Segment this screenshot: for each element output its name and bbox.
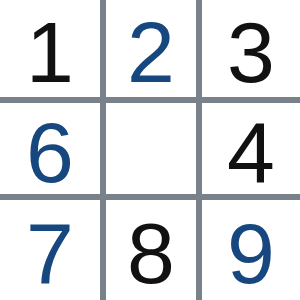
cell-digit: 7 <box>26 210 74 296</box>
cell-digit: 1 <box>26 9 74 95</box>
cell-r2c2[interactable] <box>106 103 196 194</box>
sudoku-board: 1 2 3 6 4 7 8 9 <box>0 0 300 300</box>
cell-r1c3[interactable]: 3 <box>202 0 300 97</box>
cell-r3c3[interactable]: 9 <box>202 200 300 300</box>
cell-r1c1[interactable]: 1 <box>0 0 100 97</box>
cell-r2c1[interactable]: 6 <box>0 103 100 194</box>
cell-r3c2[interactable]: 8 <box>106 200 196 300</box>
cell-digit: 3 <box>227 9 275 95</box>
cell-digit: 4 <box>227 109 275 195</box>
cell-r1c2[interactable]: 2 <box>106 0 196 97</box>
cell-r3c1[interactable]: 7 <box>0 200 100 300</box>
cell-r2c3[interactable]: 4 <box>202 103 300 194</box>
cell-digit: 9 <box>227 210 275 296</box>
cell-digit: 8 <box>127 210 175 296</box>
cell-digit: 6 <box>26 109 74 195</box>
cell-digit: 2 <box>127 9 175 95</box>
